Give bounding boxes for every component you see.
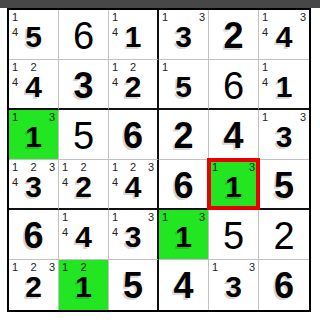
cell-value-layer: 5 (59, 110, 108, 159)
cell-value-layer: 4 (59, 210, 108, 259)
top-bar (0, 0, 320, 8)
cell-r3c4[interactable]: 2 (159, 110, 209, 160)
cell-value-layer: 3 (259, 110, 309, 159)
cell-value: 2 (209, 18, 258, 54)
cell-value: 2 (159, 118, 208, 154)
cell-value-layer: 5 (209, 210, 258, 259)
cell-r4c4[interactable]: 6 (159, 160, 209, 210)
cell-r1c5[interactable]: 2 (209, 10, 259, 60)
cell-r3c5[interactable]: 4 (209, 110, 259, 160)
cell-value: 1 (109, 22, 157, 52)
cell-value-layer: 2 (109, 60, 157, 108)
cell-value: 5 (59, 117, 108, 155)
cell-value: 1 (159, 222, 208, 252)
cell-r4c1[interactable]: 12343 (9, 160, 59, 210)
cell-value-layer: 6 (59, 10, 108, 59)
cell-value-layer: 3 (109, 210, 157, 259)
cell-value: 6 (9, 218, 58, 254)
cell-value-layer: 5 (159, 60, 208, 108)
cell-r1c1[interactable]: 145 (9, 10, 59, 60)
cell-r4c6[interactable]: 5 (259, 160, 309, 210)
cell-value: 1 (9, 122, 58, 152)
cell-value: 2 (259, 217, 309, 255)
cell-value-layer: 2 (259, 210, 309, 259)
cell-value-layer: 5 (109, 260, 157, 310)
cell-value-layer: 6 (259, 260, 309, 310)
cell-value: 4 (9, 72, 58, 102)
cell-r6c2[interactable]: 121 (59, 260, 109, 310)
cell-r5c4[interactable]: 131 (159, 210, 209, 260)
cell-value: 4 (109, 172, 157, 202)
cell-r3c2[interactable]: 5 (59, 110, 109, 160)
cell-r1c4[interactable]: 133 (159, 10, 209, 60)
cell-value: 1 (59, 272, 108, 302)
cell-value-layer: 6 (209, 60, 258, 108)
cell-value: 1 (259, 72, 309, 102)
cell-r5c2[interactable]: 144 (59, 210, 109, 260)
cell-r5c5[interactable]: 5 (209, 210, 259, 260)
cell-value: 1 (209, 172, 258, 202)
cell-r5c3[interactable]: 1343 (109, 210, 159, 260)
cell-value: 5 (259, 168, 309, 204)
cell-r2c1[interactable]: 1244 (9, 60, 59, 110)
cell-value: 3 (259, 122, 309, 152)
cell-r6c4[interactable]: 4 (159, 260, 209, 310)
cell-r3c3[interactable]: 6 (109, 110, 159, 160)
cell-value-layer: 3 (209, 260, 258, 310)
cell-value-layer: 4 (259, 10, 309, 59)
cell-value-layer: 1 (209, 160, 258, 208)
cell-value-layer: 6 (109, 110, 157, 159)
cell-value-layer: 6 (9, 210, 58, 259)
cell-r5c6[interactable]: 2 (259, 210, 309, 260)
cell-r3c1[interactable]: 131 (9, 110, 59, 160)
cell-value: 2 (9, 272, 58, 302)
cell-value: 3 (159, 22, 208, 52)
cell-r2c5[interactable]: 6 (209, 60, 259, 110)
cell-value: 6 (259, 268, 309, 304)
cell-r1c6[interactable]: 1344 (259, 10, 309, 60)
cell-value-layer: 1 (9, 110, 58, 159)
cell-value: 6 (59, 17, 108, 55)
cell-value-layer: 6 (159, 160, 208, 208)
cell-value-layer: 5 (9, 10, 58, 59)
cell-r6c3[interactable]: 5 (109, 260, 159, 310)
cell-r1c2[interactable]: 6 (59, 10, 109, 60)
cell-value-layer: 2 (9, 260, 58, 310)
cell-r3c6[interactable]: 133 (259, 110, 309, 160)
cell-r2c2[interactable]: 3 (59, 60, 109, 110)
cell-value-layer: 4 (109, 160, 157, 208)
cell-value: 6 (209, 67, 258, 105)
cell-value-layer: 2 (59, 160, 108, 208)
cell-value-layer: 4 (159, 260, 208, 310)
cell-value-layer: 4 (209, 110, 258, 159)
cell-r6c5[interactable]: 133 (209, 260, 259, 310)
cell-value: 4 (209, 118, 258, 154)
cell-value: 3 (209, 272, 258, 302)
cell-r6c1[interactable]: 1232 (9, 260, 59, 310)
cell-value: 5 (109, 268, 157, 304)
cell-value-layer: 1 (159, 210, 208, 259)
cell-r6c6[interactable]: 6 (259, 260, 309, 310)
cell-r5c1[interactable]: 6 (9, 210, 59, 260)
cell-value-layer: 2 (159, 110, 208, 159)
cell-value: 5 (209, 217, 258, 255)
cell-r4c2[interactable]: 1242 (59, 160, 109, 210)
cell-value-layer: 4 (9, 60, 58, 108)
cell-value-layer: 3 (9, 160, 58, 208)
cell-r4c3[interactable]: 12344 (109, 160, 159, 210)
cell-r2c4[interactable]: 15 (159, 60, 209, 110)
cell-value: 2 (59, 172, 108, 202)
cell-value-layer: 1 (109, 10, 157, 59)
cell-value-layer: 2 (209, 10, 258, 59)
cell-value: 2 (109, 72, 157, 102)
cell-value-layer: 3 (59, 60, 108, 108)
cell-value: 3 (109, 222, 157, 252)
cell-r1c3[interactable]: 141 (109, 10, 159, 60)
cell-value: 4 (159, 268, 208, 304)
cell-r2c6[interactable]: 141 (259, 60, 309, 110)
cell-value-layer: 3 (159, 10, 208, 59)
cell-r4c5[interactable]: 131 (209, 160, 259, 210)
cell-value: 3 (9, 172, 58, 202)
cell-r2c3[interactable]: 1242 (109, 60, 159, 110)
cell-value: 6 (109, 118, 157, 154)
cell-value: 5 (9, 22, 58, 52)
cell-value: 5 (159, 72, 208, 102)
cell-value: 4 (259, 22, 309, 52)
cell-value: 3 (59, 68, 108, 104)
cell-value-layer: 1 (59, 260, 108, 310)
cell-value-layer: 1 (259, 60, 309, 108)
sudoku-board: 1456141133213441244312421561411315624133… (7, 8, 311, 312)
cell-value: 6 (159, 168, 208, 204)
cell-value: 4 (59, 222, 108, 252)
cell-value-layer: 5 (259, 160, 309, 208)
